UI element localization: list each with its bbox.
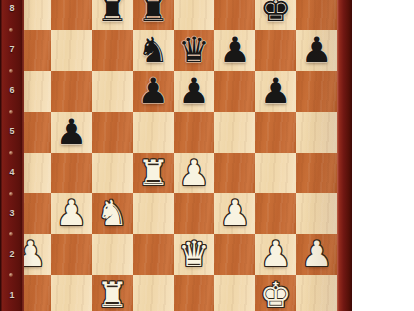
white-knight: ♞ [92, 193, 133, 234]
square-f7: ♟ [214, 30, 255, 71]
square-b3: ♟ [51, 193, 92, 234]
square-h5 [296, 112, 337, 153]
square-c2 [92, 234, 133, 275]
square-c6 [92, 71, 133, 112]
white-queen: ♛ [174, 234, 215, 275]
spine-stud [9, 28, 13, 32]
square-g2: ♟ [255, 234, 296, 275]
square-c1: ♜ [92, 275, 133, 311]
square-c4 [92, 153, 133, 194]
square-f6 [214, 71, 255, 112]
square-d6: ♟ [133, 71, 174, 112]
spine-stud [9, 151, 13, 155]
white-rook: ♜ [133, 153, 174, 194]
square-d1 [133, 275, 174, 311]
rank-label-3: 3 [0, 208, 24, 218]
square-b7 [51, 30, 92, 71]
black-pawn: ♟ [214, 30, 255, 71]
square-h8 [296, 0, 337, 30]
square-f2 [214, 234, 255, 275]
square-h7: ♟ [296, 30, 337, 71]
black-king: ♚ [255, 0, 296, 30]
chess-diagram: ♜♜♚♞♛♟♟♟♟♟♟♜♟♟♞♟♟♛♟♟♜♚ 87654321 [0, 0, 414, 311]
square-g4 [255, 153, 296, 194]
square-g7 [255, 30, 296, 71]
square-e1 [174, 275, 215, 311]
square-g1: ♚ [255, 275, 296, 311]
square-d8: ♜ [133, 0, 174, 30]
rank-label-1: 1 [0, 290, 24, 300]
white-king: ♚ [255, 275, 296, 311]
square-b8 [51, 0, 92, 30]
square-b6 [51, 71, 92, 112]
square-f8 [214, 0, 255, 30]
square-g3 [255, 193, 296, 234]
square-g6: ♟ [255, 71, 296, 112]
spine-stud [9, 232, 13, 236]
white-pawn: ♟ [255, 234, 296, 275]
rank-label-8: 8 [0, 3, 24, 13]
square-f3: ♟ [214, 193, 255, 234]
rank-label-2: 2 [0, 249, 24, 259]
rank-label-4: 4 [0, 167, 24, 177]
black-pawn: ♟ [255, 71, 296, 112]
rank-label-6: 6 [0, 85, 24, 95]
square-h6 [296, 71, 337, 112]
black-queen: ♛ [174, 30, 215, 71]
rank-label-5: 5 [0, 126, 24, 136]
rank-labels-spine: 87654321 [0, 0, 24, 311]
square-d4: ♜ [133, 153, 174, 194]
white-pawn: ♟ [174, 153, 215, 194]
square-b4 [51, 153, 92, 194]
square-d5 [133, 112, 174, 153]
black-pawn: ♟ [296, 30, 337, 71]
black-pawn: ♟ [51, 112, 92, 153]
square-h3 [296, 193, 337, 234]
spine-stud [9, 192, 13, 196]
square-g8: ♚ [255, 0, 296, 30]
square-c7 [92, 30, 133, 71]
square-b5: ♟ [51, 112, 92, 153]
square-c3: ♞ [92, 193, 133, 234]
square-e5 [174, 112, 215, 153]
white-pawn: ♟ [51, 193, 92, 234]
square-f1 [214, 275, 255, 311]
white-pawn: ♟ [296, 234, 337, 275]
spine-stud [9, 110, 13, 114]
spine-stud [9, 273, 13, 277]
square-d3 [133, 193, 174, 234]
square-b2 [51, 234, 92, 275]
square-f5 [214, 112, 255, 153]
square-g5 [255, 112, 296, 153]
square-d2 [133, 234, 174, 275]
spine-stud [9, 69, 13, 73]
rank-label-7: 7 [0, 44, 24, 54]
square-h4 [296, 153, 337, 194]
square-h1 [296, 275, 337, 311]
black-rook: ♜ [92, 0, 133, 30]
square-h2: ♟ [296, 234, 337, 275]
square-e3 [174, 193, 215, 234]
square-e4: ♟ [174, 153, 215, 194]
square-e6: ♟ [174, 71, 215, 112]
black-rook: ♜ [133, 0, 174, 30]
black-knight: ♞ [133, 30, 174, 71]
square-e8 [174, 0, 215, 30]
square-d7: ♞ [133, 30, 174, 71]
square-e2: ♛ [174, 234, 215, 275]
white-rook: ♜ [92, 275, 133, 311]
square-b1 [51, 275, 92, 311]
board-right-edge [337, 0, 352, 311]
square-c8: ♜ [92, 0, 133, 30]
square-e7: ♛ [174, 30, 215, 71]
square-c5 [92, 112, 133, 153]
chess-board: ♜♜♚♞♛♟♟♟♟♟♟♜♟♟♞♟♟♛♟♟♜♚ [10, 0, 337, 311]
white-pawn: ♟ [214, 193, 255, 234]
square-f4 [214, 153, 255, 194]
black-pawn: ♟ [174, 71, 215, 112]
black-pawn: ♟ [133, 71, 174, 112]
